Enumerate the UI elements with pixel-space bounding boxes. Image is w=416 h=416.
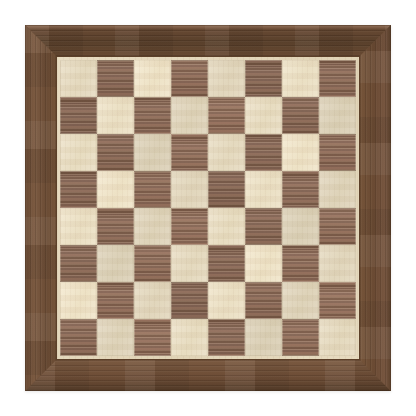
square-b6[interactable] [97, 134, 134, 171]
square-b7[interactable] [97, 97, 134, 134]
square-d5[interactable] [171, 171, 208, 208]
square-c2[interactable] [134, 282, 171, 319]
square-e5[interactable] [208, 171, 245, 208]
square-a6[interactable] [60, 134, 97, 171]
square-d3[interactable] [171, 245, 208, 282]
square-e8[interactable] [208, 60, 245, 97]
square-h1[interactable] [319, 319, 356, 356]
square-g6[interactable] [282, 134, 319, 171]
square-a1[interactable] [60, 319, 97, 356]
square-f4[interactable] [245, 208, 282, 245]
square-b1[interactable] [97, 319, 134, 356]
square-f8[interactable] [245, 60, 282, 97]
square-a4[interactable] [60, 208, 97, 245]
chess-board [25, 25, 391, 391]
square-d8[interactable] [171, 60, 208, 97]
square-f3[interactable] [245, 245, 282, 282]
square-c1[interactable] [134, 319, 171, 356]
square-g8[interactable] [282, 60, 319, 97]
square-f7[interactable] [245, 97, 282, 134]
square-f1[interactable] [245, 319, 282, 356]
square-a8[interactable] [60, 60, 97, 97]
square-d1[interactable] [171, 319, 208, 356]
square-b5[interactable] [97, 171, 134, 208]
square-h7[interactable] [319, 97, 356, 134]
board-frame-top [25, 25, 391, 56]
square-h3[interactable] [319, 245, 356, 282]
square-b8[interactable] [97, 60, 134, 97]
board-squares-grid [60, 60, 356, 356]
square-b4[interactable] [97, 208, 134, 245]
square-d6[interactable] [171, 134, 208, 171]
square-g1[interactable] [282, 319, 319, 356]
square-f5[interactable] [245, 171, 282, 208]
square-b2[interactable] [97, 282, 134, 319]
board-frame-left [25, 25, 56, 391]
square-a5[interactable] [60, 171, 97, 208]
square-c5[interactable] [134, 171, 171, 208]
board-border-strip [56, 56, 360, 360]
square-f6[interactable] [245, 134, 282, 171]
square-g3[interactable] [282, 245, 319, 282]
square-h6[interactable] [319, 134, 356, 171]
square-e3[interactable] [208, 245, 245, 282]
square-e4[interactable] [208, 208, 245, 245]
square-c3[interactable] [134, 245, 171, 282]
square-c6[interactable] [134, 134, 171, 171]
square-h5[interactable] [319, 171, 356, 208]
square-b3[interactable] [97, 245, 134, 282]
square-d7[interactable] [171, 97, 208, 134]
square-g5[interactable] [282, 171, 319, 208]
board-frame-right [360, 25, 391, 391]
square-c7[interactable] [134, 97, 171, 134]
square-c8[interactable] [134, 60, 171, 97]
square-e6[interactable] [208, 134, 245, 171]
square-g7[interactable] [282, 97, 319, 134]
page-background [0, 0, 416, 416]
square-a2[interactable] [60, 282, 97, 319]
square-c4[interactable] [134, 208, 171, 245]
square-f2[interactable] [245, 282, 282, 319]
square-a3[interactable] [60, 245, 97, 282]
square-e2[interactable] [208, 282, 245, 319]
square-a7[interactable] [60, 97, 97, 134]
board-frame-bottom [25, 360, 391, 391]
square-h4[interactable] [319, 208, 356, 245]
square-h8[interactable] [319, 60, 356, 97]
square-e7[interactable] [208, 97, 245, 134]
square-g4[interactable] [282, 208, 319, 245]
square-g2[interactable] [282, 282, 319, 319]
square-d2[interactable] [171, 282, 208, 319]
square-d4[interactable] [171, 208, 208, 245]
square-h2[interactable] [319, 282, 356, 319]
square-e1[interactable] [208, 319, 245, 356]
